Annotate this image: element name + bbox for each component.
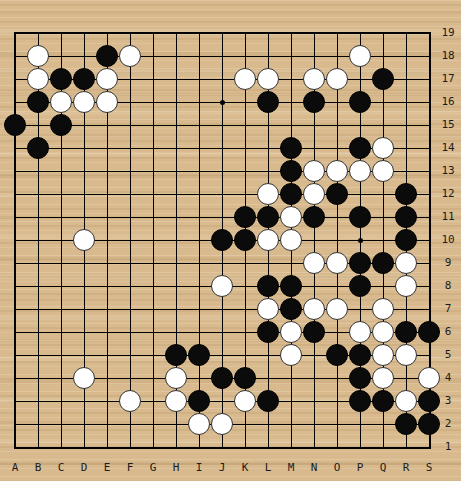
- intersection[interactable]: [395, 367, 418, 390]
- intersection[interactable]: [303, 436, 326, 459]
- intersection[interactable]: [73, 436, 96, 459]
- white-stone[interactable]: [234, 68, 256, 90]
- intersection[interactable]: [119, 229, 142, 252]
- intersection[interactable]: [96, 160, 119, 183]
- white-stone[interactable]: [326, 252, 348, 274]
- intersection[interactable]: [188, 390, 211, 413]
- intersection[interactable]: [326, 298, 349, 321]
- intersection[interactable]: [349, 183, 372, 206]
- white-stone[interactable]: [372, 160, 394, 182]
- intersection[interactable]: [142, 436, 165, 459]
- intersection[interactable]: [372, 229, 395, 252]
- white-stone[interactable]: [326, 160, 348, 182]
- intersection[interactable]: [50, 321, 73, 344]
- intersection[interactable]: [188, 367, 211, 390]
- intersection[interactable]: [73, 45, 96, 68]
- white-stone[interactable]: [96, 68, 118, 90]
- intersection[interactable]: [96, 137, 119, 160]
- intersection[interactable]: [96, 413, 119, 436]
- intersection[interactable]: [142, 275, 165, 298]
- intersection[interactable]: [395, 413, 418, 436]
- intersection[interactable]: [27, 298, 50, 321]
- intersection[interactable]: [303, 22, 326, 45]
- intersection[interactable]: [96, 436, 119, 459]
- intersection[interactable]: [372, 45, 395, 68]
- intersection[interactable]: [211, 160, 234, 183]
- intersection[interactable]: [280, 45, 303, 68]
- intersection[interactable]: [50, 45, 73, 68]
- white-stone[interactable]: [280, 206, 302, 228]
- intersection[interactable]: [73, 275, 96, 298]
- intersection[interactable]: [257, 206, 280, 229]
- intersection[interactable]: [326, 367, 349, 390]
- intersection[interactable]: [96, 183, 119, 206]
- white-stone[interactable]: [349, 160, 371, 182]
- intersection[interactable]: [349, 91, 372, 114]
- intersection[interactable]: [188, 68, 211, 91]
- intersection[interactable]: [303, 344, 326, 367]
- black-stone[interactable]: [257, 321, 279, 343]
- white-stone[interactable]: [257, 229, 279, 251]
- white-stone[interactable]: [303, 160, 325, 182]
- black-stone[interactable]: [257, 275, 279, 297]
- white-stone[interactable]: [165, 390, 187, 412]
- intersection[interactable]: [165, 298, 188, 321]
- intersection[interactable]: [50, 344, 73, 367]
- intersection[interactable]: [303, 68, 326, 91]
- white-stone[interactable]: [372, 367, 394, 389]
- white-stone[interactable]: [73, 229, 95, 251]
- intersection[interactable]: [234, 114, 257, 137]
- intersection[interactable]: [234, 160, 257, 183]
- white-stone[interactable]: [372, 298, 394, 320]
- intersection[interactable]: [165, 321, 188, 344]
- intersection[interactable]: [142, 321, 165, 344]
- intersection[interactable]: [395, 321, 418, 344]
- intersection[interactable]: [4, 137, 27, 160]
- intersection[interactable]: [349, 344, 372, 367]
- intersection[interactable]: [27, 390, 50, 413]
- intersection[interactable]: [142, 252, 165, 275]
- intersection[interactable]: [50, 275, 73, 298]
- intersection[interactable]: [326, 252, 349, 275]
- intersection[interactable]: [96, 206, 119, 229]
- white-stone[interactable]: [211, 413, 233, 435]
- intersection[interactable]: [326, 229, 349, 252]
- intersection[interactable]: [211, 183, 234, 206]
- intersection[interactable]: [50, 367, 73, 390]
- white-stone[interactable]: [211, 275, 233, 297]
- intersection[interactable]: [280, 91, 303, 114]
- intersection[interactable]: [50, 252, 73, 275]
- intersection[interactable]: [257, 45, 280, 68]
- intersection[interactable]: [234, 183, 257, 206]
- intersection[interactable]: [303, 91, 326, 114]
- intersection[interactable]: [96, 321, 119, 344]
- black-stone[interactable]: [349, 252, 371, 274]
- intersection[interactable]: [50, 160, 73, 183]
- intersection[interactable]: [142, 45, 165, 68]
- intersection[interactable]: [326, 68, 349, 91]
- intersection[interactable]: [188, 206, 211, 229]
- intersection[interactable]: [303, 229, 326, 252]
- intersection[interactable]: [211, 252, 234, 275]
- intersection[interactable]: [188, 229, 211, 252]
- intersection[interactable]: [234, 22, 257, 45]
- intersection[interactable]: [165, 390, 188, 413]
- intersection[interactable]: [349, 114, 372, 137]
- intersection[interactable]: [96, 252, 119, 275]
- intersection[interactable]: [4, 298, 27, 321]
- white-stone[interactable]: [280, 321, 302, 343]
- intersection[interactable]: [73, 321, 96, 344]
- intersection[interactable]: [326, 436, 349, 459]
- intersection[interactable]: [4, 206, 27, 229]
- black-stone[interactable]: [372, 252, 394, 274]
- intersection[interactable]: [257, 298, 280, 321]
- black-stone[interactable]: [257, 206, 279, 228]
- intersection[interactable]: [349, 45, 372, 68]
- intersection[interactable]: [303, 321, 326, 344]
- intersection[interactable]: [326, 206, 349, 229]
- intersection[interactable]: [73, 229, 96, 252]
- white-stone[interactable]: [395, 344, 417, 366]
- intersection[interactable]: [257, 252, 280, 275]
- intersection[interactable]: [349, 206, 372, 229]
- intersection[interactable]: [234, 344, 257, 367]
- intersection[interactable]: [50, 298, 73, 321]
- intersection[interactable]: [257, 68, 280, 91]
- intersection[interactable]: [326, 413, 349, 436]
- black-stone[interactable]: [280, 183, 302, 205]
- intersection[interactable]: [119, 436, 142, 459]
- intersection[interactable]: [372, 275, 395, 298]
- intersection[interactable]: [188, 22, 211, 45]
- intersection[interactable]: [372, 390, 395, 413]
- intersection[interactable]: [395, 91, 418, 114]
- intersection[interactable]: [326, 114, 349, 137]
- intersection[interactable]: [27, 45, 50, 68]
- intersection[interactable]: [142, 183, 165, 206]
- intersection[interactable]: [372, 367, 395, 390]
- white-stone[interactable]: [395, 275, 417, 297]
- intersection[interactable]: [50, 137, 73, 160]
- intersection[interactable]: [234, 413, 257, 436]
- white-stone[interactable]: [349, 321, 371, 343]
- white-stone[interactable]: [257, 298, 279, 320]
- intersection[interactable]: [372, 91, 395, 114]
- intersection[interactable]: [349, 22, 372, 45]
- intersection[interactable]: [257, 137, 280, 160]
- intersection[interactable]: [188, 413, 211, 436]
- intersection[interactable]: [211, 68, 234, 91]
- black-stone[interactable]: [326, 344, 348, 366]
- intersection[interactable]: [188, 160, 211, 183]
- intersection[interactable]: [4, 114, 27, 137]
- intersection[interactable]: [119, 91, 142, 114]
- black-stone[interactable]: [395, 206, 417, 228]
- intersection[interactable]: [326, 183, 349, 206]
- intersection[interactable]: [27, 321, 50, 344]
- intersection[interactable]: [211, 321, 234, 344]
- intersection[interactable]: [349, 137, 372, 160]
- intersection[interactable]: [257, 114, 280, 137]
- intersection[interactable]: [280, 275, 303, 298]
- intersection[interactable]: [96, 275, 119, 298]
- intersection[interactable]: [27, 413, 50, 436]
- intersection[interactable]: [234, 321, 257, 344]
- black-stone[interactable]: [27, 91, 49, 113]
- intersection[interactable]: [142, 206, 165, 229]
- intersection[interactable]: [96, 68, 119, 91]
- intersection[interactable]: [96, 367, 119, 390]
- intersection[interactable]: [234, 298, 257, 321]
- intersection[interactable]: [234, 436, 257, 459]
- white-stone[interactable]: [372, 137, 394, 159]
- intersection[interactable]: [211, 298, 234, 321]
- intersection[interactable]: [257, 22, 280, 45]
- intersection[interactable]: [142, 390, 165, 413]
- white-stone[interactable]: [280, 344, 302, 366]
- white-stone[interactable]: [188, 413, 210, 435]
- intersection[interactable]: [280, 436, 303, 459]
- intersection[interactable]: [73, 390, 96, 413]
- white-stone[interactable]: [27, 45, 49, 67]
- intersection[interactable]: [119, 206, 142, 229]
- intersection[interactable]: [234, 275, 257, 298]
- intersection[interactable]: [349, 252, 372, 275]
- intersection[interactable]: [303, 137, 326, 160]
- intersection[interactable]: [119, 68, 142, 91]
- intersection[interactable]: [303, 252, 326, 275]
- intersection[interactable]: [165, 114, 188, 137]
- intersection[interactable]: [27, 252, 50, 275]
- intersection[interactable]: [280, 344, 303, 367]
- intersection[interactable]: [372, 298, 395, 321]
- intersection[interactable]: [142, 137, 165, 160]
- intersection[interactable]: [303, 275, 326, 298]
- white-stone[interactable]: [27, 68, 49, 90]
- intersection[interactable]: [188, 183, 211, 206]
- intersection[interactable]: [257, 91, 280, 114]
- intersection[interactable]: [234, 229, 257, 252]
- intersection[interactable]: [119, 45, 142, 68]
- intersection[interactable]: [349, 160, 372, 183]
- intersection[interactable]: [165, 413, 188, 436]
- intersection[interactable]: [188, 298, 211, 321]
- intersection[interactable]: [211, 137, 234, 160]
- intersection[interactable]: [349, 413, 372, 436]
- intersection[interactable]: [119, 344, 142, 367]
- intersection[interactable]: [119, 160, 142, 183]
- black-stone[interactable]: [234, 367, 256, 389]
- intersection[interactable]: [142, 298, 165, 321]
- intersection[interactable]: [349, 298, 372, 321]
- intersection[interactable]: [280, 114, 303, 137]
- intersection[interactable]: [395, 298, 418, 321]
- intersection[interactable]: [211, 91, 234, 114]
- intersection[interactable]: [27, 91, 50, 114]
- white-stone[interactable]: [119, 45, 141, 67]
- intersection[interactable]: [4, 275, 27, 298]
- intersection[interactable]: [257, 321, 280, 344]
- intersection[interactable]: [119, 321, 142, 344]
- black-stone[interactable]: [234, 229, 256, 251]
- black-stone[interactable]: [280, 275, 302, 297]
- black-stone[interactable]: [326, 183, 348, 205]
- intersection[interactable]: [119, 114, 142, 137]
- intersection[interactable]: [142, 114, 165, 137]
- intersection[interactable]: [257, 229, 280, 252]
- intersection[interactable]: [257, 275, 280, 298]
- intersection[interactable]: [73, 206, 96, 229]
- intersection[interactable]: [188, 91, 211, 114]
- white-stone[interactable]: [372, 321, 394, 343]
- intersection[interactable]: [4, 390, 27, 413]
- intersection[interactable]: [349, 367, 372, 390]
- intersection[interactable]: [142, 367, 165, 390]
- black-stone[interactable]: [395, 183, 417, 205]
- intersection[interactable]: [395, 344, 418, 367]
- intersection[interactable]: [27, 367, 50, 390]
- intersection[interactable]: [303, 390, 326, 413]
- intersection[interactable]: [234, 367, 257, 390]
- intersection[interactable]: [119, 413, 142, 436]
- white-stone[interactable]: [395, 252, 417, 274]
- intersection[interactable]: [372, 321, 395, 344]
- black-stone[interactable]: [165, 344, 187, 366]
- intersection[interactable]: [96, 390, 119, 413]
- black-stone[interactable]: [73, 68, 95, 90]
- intersection[interactable]: [280, 22, 303, 45]
- intersection[interactable]: [349, 321, 372, 344]
- white-stone[interactable]: [372, 344, 394, 366]
- intersection[interactable]: [395, 183, 418, 206]
- intersection[interactable]: [27, 22, 50, 45]
- black-stone[interactable]: [349, 390, 371, 412]
- intersection[interactable]: [234, 390, 257, 413]
- intersection[interactable]: [234, 252, 257, 275]
- intersection[interactable]: [349, 436, 372, 459]
- black-stone[interactable]: [303, 91, 325, 113]
- white-stone[interactable]: [257, 183, 279, 205]
- intersection[interactable]: [303, 45, 326, 68]
- intersection[interactable]: [326, 91, 349, 114]
- intersection[interactable]: [395, 160, 418, 183]
- intersection[interactable]: [234, 45, 257, 68]
- black-stone[interactable]: [27, 137, 49, 159]
- intersection[interactable]: [257, 367, 280, 390]
- intersection[interactable]: [27, 114, 50, 137]
- intersection[interactable]: [326, 344, 349, 367]
- intersection[interactable]: [119, 275, 142, 298]
- intersection[interactable]: [326, 390, 349, 413]
- white-stone[interactable]: [73, 367, 95, 389]
- intersection[interactable]: [257, 160, 280, 183]
- intersection[interactable]: [234, 137, 257, 160]
- intersection[interactable]: [395, 45, 418, 68]
- intersection[interactable]: [326, 321, 349, 344]
- intersection[interactable]: [395, 137, 418, 160]
- intersection[interactable]: [188, 321, 211, 344]
- intersection[interactable]: [395, 114, 418, 137]
- intersection[interactable]: [50, 91, 73, 114]
- intersection[interactable]: [280, 183, 303, 206]
- intersection[interactable]: [4, 252, 27, 275]
- black-stone[interactable]: [280, 160, 302, 182]
- intersection[interactable]: [142, 344, 165, 367]
- intersection[interactable]: [4, 22, 27, 45]
- intersection[interactable]: [96, 229, 119, 252]
- intersection[interactable]: [303, 183, 326, 206]
- intersection[interactable]: [188, 45, 211, 68]
- white-stone[interactable]: [326, 68, 348, 90]
- intersection[interactable]: [395, 22, 418, 45]
- intersection[interactable]: [73, 344, 96, 367]
- intersection[interactable]: [27, 183, 50, 206]
- intersection[interactable]: [165, 68, 188, 91]
- intersection[interactable]: [188, 137, 211, 160]
- intersection[interactable]: [372, 183, 395, 206]
- intersection[interactable]: [142, 68, 165, 91]
- intersection[interactable]: [4, 344, 27, 367]
- intersection[interactable]: [27, 137, 50, 160]
- intersection[interactable]: [96, 91, 119, 114]
- black-stone[interactable]: [349, 206, 371, 228]
- intersection[interactable]: [119, 367, 142, 390]
- intersection[interactable]: [188, 114, 211, 137]
- intersection[interactable]: [27, 275, 50, 298]
- intersection[interactable]: [280, 252, 303, 275]
- intersection[interactable]: [211, 206, 234, 229]
- intersection[interactable]: [4, 91, 27, 114]
- white-stone[interactable]: [73, 91, 95, 113]
- black-stone[interactable]: [349, 137, 371, 159]
- intersection[interactable]: [50, 68, 73, 91]
- intersection[interactable]: [280, 206, 303, 229]
- intersection[interactable]: [188, 252, 211, 275]
- black-stone[interactable]: [349, 367, 371, 389]
- black-stone[interactable]: [188, 390, 210, 412]
- intersection[interactable]: [211, 114, 234, 137]
- black-stone[interactable]: [303, 321, 325, 343]
- black-stone[interactable]: [372, 390, 394, 412]
- intersection[interactable]: [119, 390, 142, 413]
- intersection[interactable]: [280, 229, 303, 252]
- intersection[interactable]: [303, 160, 326, 183]
- intersection[interactable]: [4, 321, 27, 344]
- intersection[interactable]: [165, 22, 188, 45]
- intersection[interactable]: [280, 413, 303, 436]
- intersection[interactable]: [50, 390, 73, 413]
- black-stone[interactable]: [188, 344, 210, 366]
- intersection[interactable]: [165, 344, 188, 367]
- white-stone[interactable]: [303, 183, 325, 205]
- intersection[interactable]: [4, 367, 27, 390]
- white-stone[interactable]: [303, 68, 325, 90]
- intersection[interactable]: [280, 367, 303, 390]
- black-stone[interactable]: [303, 206, 325, 228]
- intersection[interactable]: [165, 275, 188, 298]
- intersection[interactable]: [188, 344, 211, 367]
- intersection[interactable]: [73, 160, 96, 183]
- intersection[interactable]: [73, 68, 96, 91]
- intersection[interactable]: [372, 160, 395, 183]
- intersection[interactable]: [73, 22, 96, 45]
- intersection[interactable]: [372, 436, 395, 459]
- intersection[interactable]: [234, 91, 257, 114]
- intersection[interactable]: [142, 160, 165, 183]
